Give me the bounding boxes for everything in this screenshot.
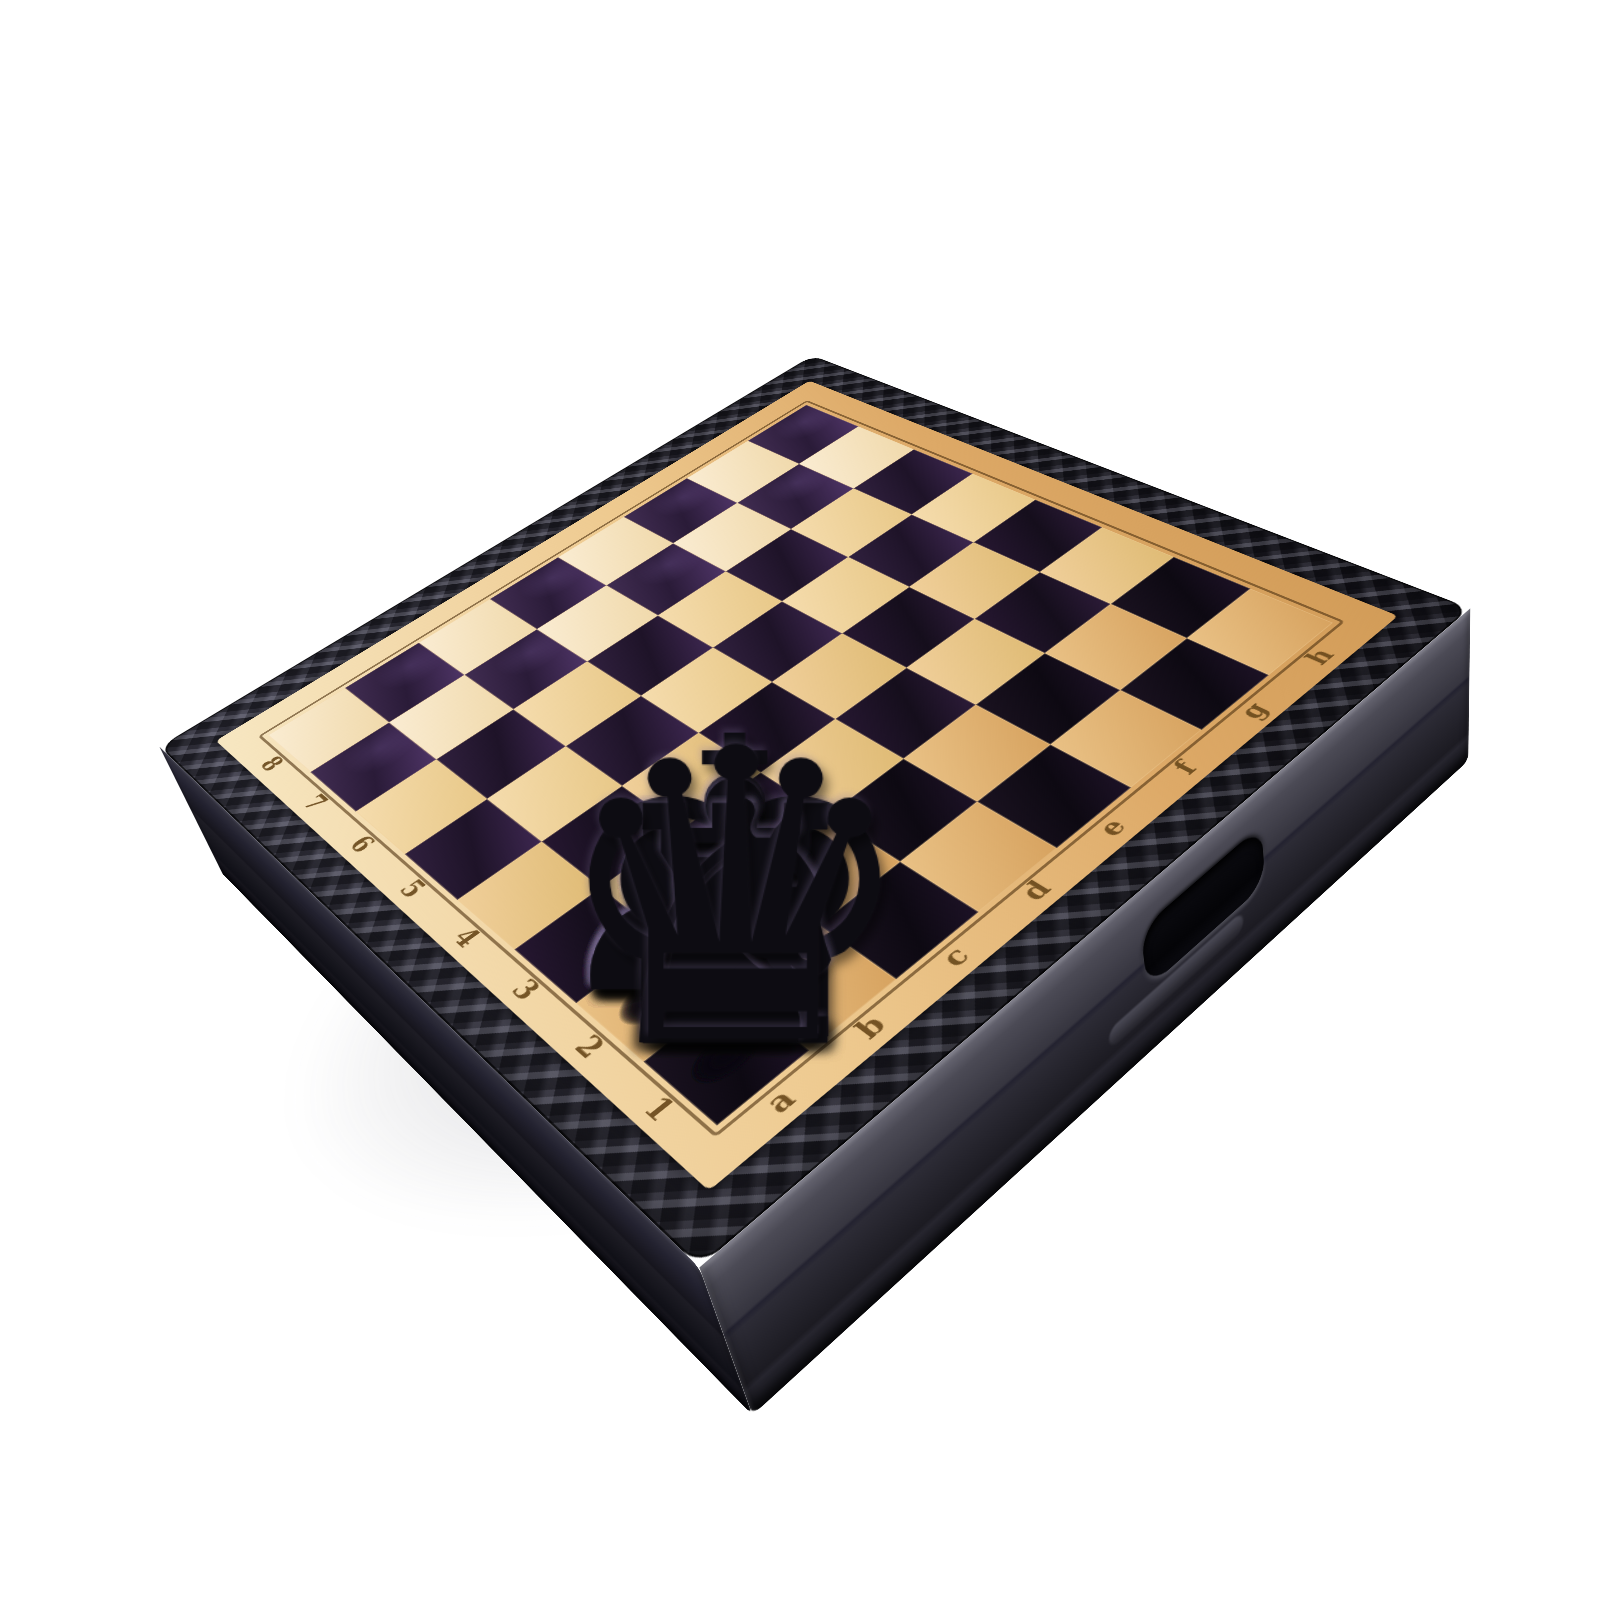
queen-glyph: ♛: [521, 733, 949, 1064]
product-photo: abcdefgh 12345678 ♟♟♟♟♟♟♟♟♜♞♝♛♚♝♞♜: [0, 0, 1600, 1600]
chess-box: abcdefgh 12345678 ♟♟♟♟♟♟♟♟♜♞♝♛♚♝♞♜: [159, 355, 1470, 1267]
rank-label-8: 8: [255, 753, 287, 775]
